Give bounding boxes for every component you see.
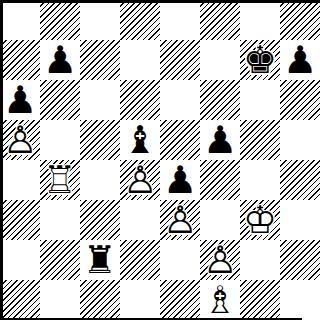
square-d5[interactable]: ♝ — [120, 120, 160, 160]
white-king-g3[interactable]: ♚♔ — [240, 200, 280, 240]
square-a1[interactable] — [0, 280, 40, 320]
white-piece-outline-layer: ♙ — [200, 240, 240, 280]
board-grid: ♟♚♟♟♟♙♝♟♜♖♟♙♟♟♙♚♔♜♟♙♝♗ — [0, 0, 320, 320]
square-h5[interactable] — [280, 120, 320, 160]
square-a6[interactable]: ♟ — [0, 80, 40, 120]
square-f7[interactable] — [200, 40, 240, 80]
square-h1[interactable] — [280, 280, 320, 320]
white-pawn-f2[interactable]: ♟♙ — [200, 240, 240, 280]
square-b4[interactable]: ♜♖ — [40, 160, 80, 200]
square-f1[interactable]: ♝♗ — [200, 280, 240, 320]
square-c1[interactable] — [80, 280, 120, 320]
white-piece-outline-layer: ♙ — [160, 200, 200, 240]
square-h2[interactable] — [280, 240, 320, 280]
square-b1[interactable] — [40, 280, 80, 320]
square-e1[interactable] — [160, 280, 200, 320]
square-a4[interactable] — [0, 160, 40, 200]
white-piece-outline-layer: ♙ — [120, 160, 160, 200]
square-f8[interactable] — [200, 0, 240, 40]
black-piece-glyph: ♟ — [40, 40, 80, 80]
black-piece-glyph: ♟ — [280, 40, 320, 80]
square-e2[interactable] — [160, 240, 200, 280]
square-b7[interactable]: ♟ — [40, 40, 80, 80]
square-g6[interactable] — [240, 80, 280, 120]
square-d3[interactable] — [120, 200, 160, 240]
white-pawn-e3[interactable]: ♟♙ — [160, 200, 200, 240]
square-f5[interactable]: ♟ — [200, 120, 240, 160]
white-piece-fill-layer: ♜ — [40, 160, 80, 200]
square-c4[interactable] — [80, 160, 120, 200]
white-piece-fill-layer: ♟ — [0, 120, 40, 160]
square-g5[interactable] — [240, 120, 280, 160]
white-piece-fill-layer: ♚ — [240, 200, 280, 240]
black-pawn-a6[interactable]: ♟ — [0, 80, 40, 120]
white-piece-outline-layer: ♙ — [0, 120, 40, 160]
black-pawn-b7[interactable]: ♟ — [40, 40, 80, 80]
white-piece-fill-layer: ♟ — [120, 160, 160, 200]
black-bishop-d5[interactable]: ♝ — [120, 120, 160, 160]
black-piece-glyph: ♟ — [200, 120, 240, 160]
square-c7[interactable] — [80, 40, 120, 80]
square-e5[interactable] — [160, 120, 200, 160]
square-d4[interactable]: ♟♙ — [120, 160, 160, 200]
square-f2[interactable]: ♟♙ — [200, 240, 240, 280]
square-b2[interactable] — [40, 240, 80, 280]
white-pawn-d4[interactable]: ♟♙ — [120, 160, 160, 200]
square-a3[interactable] — [0, 200, 40, 240]
black-piece-glyph: ♟ — [160, 160, 200, 200]
square-f4[interactable] — [200, 160, 240, 200]
square-e3[interactable]: ♟♙ — [160, 200, 200, 240]
square-e6[interactable] — [160, 80, 200, 120]
white-bishop-f1[interactable]: ♝♗ — [200, 280, 240, 320]
square-d6[interactable] — [120, 80, 160, 120]
white-piece-fill-layer: ♟ — [160, 200, 200, 240]
square-c8[interactable] — [80, 0, 120, 40]
square-c3[interactable] — [80, 200, 120, 240]
black-piece-glyph: ♜ — [80, 240, 120, 280]
square-f3[interactable] — [200, 200, 240, 240]
square-d1[interactable] — [120, 280, 160, 320]
square-g3[interactable]: ♚♔ — [240, 200, 280, 240]
square-c2[interactable]: ♜ — [80, 240, 120, 280]
square-g2[interactable] — [240, 240, 280, 280]
square-g4[interactable] — [240, 160, 280, 200]
square-b5[interactable] — [40, 120, 80, 160]
black-rook-c2[interactable]: ♜ — [80, 240, 120, 280]
square-a7[interactable] — [0, 40, 40, 80]
square-c5[interactable] — [80, 120, 120, 160]
square-h3[interactable] — [280, 200, 320, 240]
square-f6[interactable] — [200, 80, 240, 120]
square-c6[interactable] — [80, 80, 120, 120]
square-e7[interactable] — [160, 40, 200, 80]
square-a5[interactable]: ♟♙ — [0, 120, 40, 160]
black-pawn-h7[interactable]: ♟ — [280, 40, 320, 80]
square-b3[interactable] — [40, 200, 80, 240]
black-king-g7[interactable]: ♚ — [240, 40, 280, 80]
white-piece-outline-layer: ♖ — [40, 160, 80, 200]
white-pawn-a5[interactable]: ♟♙ — [0, 120, 40, 160]
square-d7[interactable] — [120, 40, 160, 80]
white-piece-outline-layer: ♔ — [240, 200, 280, 240]
black-piece-glyph: ♟ — [0, 80, 40, 120]
square-g8[interactable] — [240, 0, 280, 40]
square-b6[interactable] — [40, 80, 80, 120]
square-b8[interactable] — [40, 0, 80, 40]
white-piece-outline-layer: ♗ — [200, 280, 240, 320]
square-g7[interactable]: ♚ — [240, 40, 280, 80]
black-piece-glyph: ♚ — [240, 40, 280, 80]
square-a2[interactable] — [0, 240, 40, 280]
chess-board: ♟♚♟♟♟♙♝♟♜♖♟♙♟♟♙♚♔♜♟♙♝♗ — [0, 0, 320, 320]
square-g1[interactable] — [240, 280, 280, 320]
square-e4[interactable]: ♟ — [160, 160, 200, 200]
black-piece-glyph: ♝ — [120, 120, 160, 160]
black-pawn-e4[interactable]: ♟ — [160, 160, 200, 200]
square-a8[interactable] — [0, 0, 40, 40]
square-h4[interactable] — [280, 160, 320, 200]
square-d2[interactable] — [120, 240, 160, 280]
white-piece-fill-layer: ♟ — [200, 240, 240, 280]
black-pawn-f5[interactable]: ♟ — [200, 120, 240, 160]
square-d8[interactable] — [120, 0, 160, 40]
square-h6[interactable] — [280, 80, 320, 120]
square-e8[interactable] — [160, 0, 200, 40]
square-h7[interactable]: ♟ — [280, 40, 320, 80]
white-piece-fill-layer: ♝ — [200, 280, 240, 320]
square-h8[interactable] — [280, 0, 320, 40]
white-rook-b4[interactable]: ♜♖ — [40, 160, 80, 200]
